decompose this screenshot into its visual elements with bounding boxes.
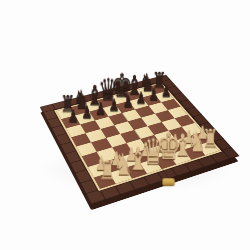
square-h6 <box>161 99 180 110</box>
square-d6 <box>108 113 128 125</box>
square-g7: ♟ <box>142 94 161 105</box>
square-f8: ♝ <box>123 90 142 101</box>
scene-3d: ♜♞♝♛♚♝♞♜♟♟♟♟♟♟♟♟♟♟♟♟♟♟♟♟♜♞♝♛♚♝♞♜ <box>0 0 250 250</box>
piece-black-rook-h8: ♜ <box>153 70 168 92</box>
piece-black-king-e8: ♚ <box>111 70 132 102</box>
square-g3 <box>168 127 189 140</box>
piece-black-pawn-e7: ♟ <box>122 93 133 109</box>
brass-clasp <box>162 178 174 186</box>
piece-black-bishop-f8: ♝ <box>126 72 144 99</box>
piece-black-pawn-h7: ♟ <box>161 83 172 99</box>
piece-black-pawn-a7: ♟ <box>67 108 78 125</box>
product-photo-stage: ♜♞♝♛♚♝♞♜♟♟♟♟♟♟♟♟♟♟♟♟♟♟♟♟♜♞♝♛♚♝♞♜ <box>0 0 250 250</box>
piece-black-pawn-b7: ♟ <box>81 104 92 121</box>
square-c6 <box>94 117 114 129</box>
piece-black-pawn-g7: ♟ <box>148 87 159 103</box>
square-b8: ♞ <box>70 104 89 116</box>
square-c7: ♟ <box>89 108 108 120</box>
square-f7: ♟ <box>129 98 148 109</box>
piece-black-queen-d8: ♛ <box>99 75 119 105</box>
piece-black-pawn-c7: ♟ <box>95 101 106 118</box>
square-h5 <box>168 106 188 118</box>
square-g6 <box>148 102 167 114</box>
square-f5 <box>141 114 161 126</box>
square-h3 <box>182 123 203 136</box>
square-e5 <box>128 117 148 130</box>
square-g8: ♞ <box>136 87 155 98</box>
square-g4 <box>161 118 181 131</box>
square-b2: ♟ <box>103 158 125 173</box>
square-a8: ♜ <box>57 107 76 119</box>
piece-black-knight-g8: ♞ <box>139 71 155 95</box>
square-d5 <box>114 121 134 134</box>
square-g5 <box>154 110 174 122</box>
piece-black-rook-a8: ♜ <box>60 93 75 116</box>
square-b7: ♟ <box>75 112 94 124</box>
piece-black-pawn-f7: ♟ <box>135 90 146 106</box>
square-a7: ♟ <box>61 116 80 128</box>
square-f6 <box>135 106 154 118</box>
square-e8: ♚ <box>110 94 129 105</box>
piece-black-knight-b8: ♞ <box>73 87 90 112</box>
square-h7: ♟ <box>155 91 174 102</box>
square-e7: ♟ <box>116 101 135 113</box>
square-h4 <box>174 115 194 127</box>
square-c8: ♝ <box>84 100 103 112</box>
piece-black-bishop-c8: ♝ <box>86 82 104 109</box>
square-d7: ♟ <box>103 105 122 117</box>
piece-black-pawn-d7: ♟ <box>109 97 120 114</box>
square-e6 <box>122 109 142 121</box>
square-d8: ♛ <box>97 97 116 108</box>
piece-white-pawn-h2: ♟ <box>197 124 209 142</box>
square-h8: ♜ <box>148 84 167 95</box>
chess-board: ♜♞♝♛♚♝♞♜♟♟♟♟♟♟♟♟♟♟♟♟♟♟♟♟♜♞♝♛♚♝♞♜ <box>40 75 240 205</box>
